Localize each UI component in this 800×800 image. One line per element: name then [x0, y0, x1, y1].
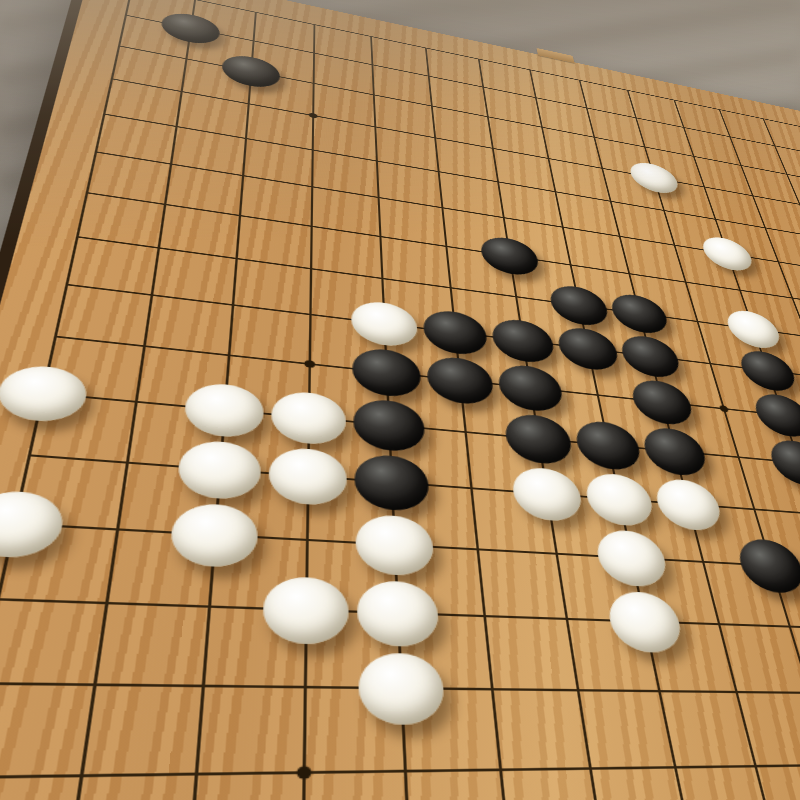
black-stone[interactable]	[490, 316, 557, 365]
white-stone[interactable]	[723, 308, 785, 351]
go-board-photo	[0, 0, 800, 800]
star-point	[719, 405, 729, 412]
black-stone[interactable]	[479, 234, 541, 278]
white-stone[interactable]	[351, 299, 419, 350]
black-stone[interactable]	[736, 348, 800, 393]
white-stone[interactable]	[268, 446, 347, 507]
black-stone[interactable]	[608, 291, 671, 336]
black-stone[interactable]	[555, 325, 621, 373]
black-stone[interactable]	[628, 378, 696, 427]
black-stone[interactable]	[640, 426, 711, 478]
white-stone[interactable]	[168, 502, 259, 569]
black-stone[interactable]	[354, 453, 430, 513]
black-stone[interactable]	[503, 412, 575, 466]
star-point	[309, 112, 318, 118]
white-stone[interactable]	[593, 529, 671, 588]
black-stone[interactable]	[221, 52, 281, 92]
white-stone[interactable]	[0, 489, 68, 559]
white-stone[interactable]	[357, 580, 441, 648]
white-stone[interactable]	[698, 234, 756, 274]
black-stone[interactable]	[352, 346, 422, 399]
black-stone[interactable]	[750, 392, 800, 439]
white-stone[interactable]	[358, 652, 446, 724]
white-stone[interactable]	[582, 472, 657, 528]
star-point	[650, 175, 659, 181]
white-stone[interactable]	[262, 576, 349, 645]
star-point	[297, 766, 312, 779]
board-fold-clasp	[536, 48, 574, 63]
white-stone[interactable]	[182, 381, 264, 440]
black-stone[interactable]	[353, 397, 426, 453]
black-stone[interactable]	[547, 283, 611, 328]
black-stone[interactable]	[426, 354, 496, 406]
white-stone[interactable]	[176, 439, 262, 502]
white-stone[interactable]	[355, 513, 435, 576]
white-stone[interactable]	[270, 389, 346, 447]
go-board[interactable]	[0, 0, 800, 800]
black-stone[interactable]	[159, 9, 221, 47]
black-stone[interactable]	[618, 333, 684, 380]
white-stone[interactable]	[652, 477, 726, 532]
black-stone[interactable]	[422, 308, 489, 358]
black-stone[interactable]	[496, 362, 565, 413]
black-stone[interactable]	[733, 538, 800, 594]
white-stone[interactable]	[605, 591, 687, 654]
black-stone[interactable]	[765, 438, 800, 488]
star-point	[304, 360, 315, 368]
white-stone[interactable]	[627, 159, 682, 196]
white-stone[interactable]	[510, 466, 585, 523]
board-grid[interactable]	[0, 0, 800, 800]
white-stone[interactable]	[0, 363, 91, 425]
black-stone[interactable]	[573, 419, 645, 472]
